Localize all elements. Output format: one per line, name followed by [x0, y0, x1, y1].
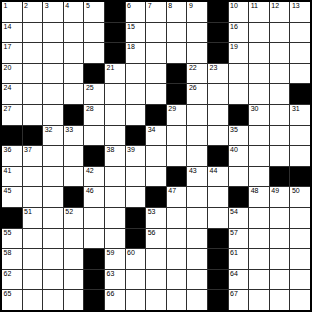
cell-r7c10[interactable]: [187, 126, 207, 146]
cell-r2c10[interactable]: [187, 23, 207, 43]
clue-number-36: 36: [4, 146, 12, 154]
cell-r4c1[interactable]: 20: [2, 64, 22, 84]
cell-r7c15[interactable]: [290, 126, 310, 146]
clue-number-59: 59: [107, 249, 115, 257]
cell-r12c10[interactable]: [187, 229, 207, 249]
block-cell-r12c11: [208, 229, 228, 249]
clue-number-47: 47: [168, 187, 176, 195]
cell-r1c13[interactable]: 11: [249, 2, 269, 22]
clue-number-26: 26: [189, 84, 197, 92]
cell-r4c10[interactable]: 22: [187, 64, 207, 84]
block-cell-r2c6: [105, 23, 125, 43]
cell-r10c10[interactable]: [187, 187, 207, 207]
cell-r9c1[interactable]: 41: [2, 167, 22, 187]
cell-r5c14[interactable]: [270, 84, 290, 104]
cell-r5c11[interactable]: [208, 84, 228, 104]
block-cell-r10c12: [229, 187, 249, 207]
cell-r6c1[interactable]: 27: [2, 105, 22, 125]
cell-r5c10[interactable]: 26: [187, 84, 207, 104]
crossword-board: 1234567891011121314151617181920212223242…: [0, 0, 312, 312]
block-cell-r5c9: [167, 84, 187, 104]
cell-r14c9[interactable]: [167, 270, 187, 290]
block-cell-r9c14: [270, 167, 290, 187]
cell-r7c5[interactable]: [84, 126, 104, 146]
cell-r14c2[interactable]: [23, 270, 43, 290]
cell-r4c4[interactable]: [64, 64, 84, 84]
block-cell-r10c8: [146, 187, 166, 207]
cell-r6c14[interactable]: [270, 105, 290, 125]
cell-r4c11[interactable]: 23: [208, 64, 228, 84]
cell-r8c13[interactable]: [249, 146, 269, 166]
block-cell-r14c5: [84, 270, 104, 290]
cell-r6c6[interactable]: [105, 105, 125, 125]
cell-r10c1[interactable]: 45: [2, 187, 22, 207]
crossword-puzzle: 1234567891011121314151617181920212223242…: [0, 0, 312, 312]
cell-r12c13[interactable]: [249, 229, 269, 249]
clue-number-7: 7: [148, 2, 152, 10]
clue-number-2: 2: [24, 2, 28, 10]
cell-r6c2[interactable]: [23, 105, 43, 125]
clue-number-51: 51: [24, 208, 32, 216]
cell-r13c15[interactable]: [290, 249, 310, 269]
block-cell-r15c5: [84, 290, 104, 310]
clue-number-22: 22: [189, 64, 197, 72]
cell-r8c1[interactable]: 36: [2, 146, 22, 166]
cell-r2c7[interactable]: 15: [126, 23, 146, 43]
cell-r8c2[interactable]: 37: [23, 146, 43, 166]
block-cell-r15c11: [208, 290, 228, 310]
clue-number-16: 16: [230, 23, 238, 31]
cell-r3c13[interactable]: [249, 43, 269, 63]
cell-r2c2[interactable]: [23, 23, 43, 43]
cell-r8c10[interactable]: [187, 146, 207, 166]
cell-r9c3[interactable]: [43, 167, 63, 187]
cell-r6c3[interactable]: [43, 105, 63, 125]
cell-r12c5[interactable]: [84, 229, 104, 249]
cell-r1c15[interactable]: 13: [290, 2, 310, 22]
clue-number-40: 40: [230, 146, 238, 154]
cell-r8c12[interactable]: 40: [229, 146, 249, 166]
block-cell-r6c8: [146, 105, 166, 125]
cell-r7c3[interactable]: 32: [43, 126, 63, 146]
cell-r9c5[interactable]: 42: [84, 167, 104, 187]
cell-r8c14[interactable]: [270, 146, 290, 166]
clue-number-39: 39: [127, 146, 135, 154]
block-cell-r5c15: [290, 84, 310, 104]
cell-r5c5[interactable]: 25: [84, 84, 104, 104]
cell-r8c15[interactable]: [290, 146, 310, 166]
block-cell-r1c11: [208, 2, 228, 22]
cell-r14c10[interactable]: [187, 270, 207, 290]
cell-r4c8[interactable]: [146, 64, 166, 84]
clue-number-56: 56: [148, 229, 156, 237]
cell-r11c5[interactable]: [84, 208, 104, 228]
cell-r12c8[interactable]: 56: [146, 229, 166, 249]
cell-r6c11[interactable]: [208, 105, 228, 125]
clue-number-25: 25: [86, 84, 94, 92]
block-cell-r8c5: [84, 146, 104, 166]
cell-r3c10[interactable]: [187, 43, 207, 63]
cell-r3c3[interactable]: [43, 43, 63, 63]
cell-r14c3[interactable]: [43, 270, 63, 290]
cell-r11c2[interactable]: 51: [23, 208, 43, 228]
cell-r13c9[interactable]: [167, 249, 187, 269]
clue-number-30: 30: [251, 105, 259, 113]
cell-r2c4[interactable]: [64, 23, 84, 43]
cell-r12c12[interactable]: 57: [229, 229, 249, 249]
block-cell-r1c6: [105, 2, 125, 22]
clue-number-67: 67: [230, 290, 238, 298]
cell-r11c12[interactable]: 54: [229, 208, 249, 228]
clue-number-4: 4: [65, 2, 69, 10]
cell-r5c12[interactable]: [229, 84, 249, 104]
cell-r1c12[interactable]: 10: [229, 2, 249, 22]
clue-number-58: 58: [4, 249, 12, 257]
cell-r3c4[interactable]: [64, 43, 84, 63]
cell-r14c14[interactable]: [270, 270, 290, 290]
cell-r6c10[interactable]: [187, 105, 207, 125]
block-cell-r11c1: [2, 208, 22, 228]
cell-r3c2[interactable]: [23, 43, 43, 63]
cell-r2c5[interactable]: [84, 23, 104, 43]
block-cell-r7c1: [2, 126, 22, 146]
cell-r11c8[interactable]: 53: [146, 208, 166, 228]
cell-r8c6[interactable]: 38: [105, 146, 125, 166]
cell-r5c13[interactable]: [249, 84, 269, 104]
cell-r11c3[interactable]: [43, 208, 63, 228]
clue-number-10: 10: [230, 2, 238, 10]
clue-number-8: 8: [168, 2, 172, 10]
cell-r15c8[interactable]: [146, 290, 166, 310]
clue-number-57: 57: [230, 229, 238, 237]
cell-r9c10[interactable]: 43: [187, 167, 207, 187]
cell-r4c3[interactable]: [43, 64, 63, 84]
cell-r1c8[interactable]: 7: [146, 2, 166, 22]
cell-r12c9[interactable]: [167, 229, 187, 249]
cell-r5c6[interactable]: [105, 84, 125, 104]
cell-r15c3[interactable]: [43, 290, 63, 310]
cell-r11c11[interactable]: [208, 208, 228, 228]
block-cell-r14c11: [208, 270, 228, 290]
cell-r13c14[interactable]: [270, 249, 290, 269]
cell-r6c7[interactable]: [126, 105, 146, 125]
clue-number-63: 63: [107, 270, 115, 278]
block-cell-r2c11: [208, 23, 228, 43]
cell-r7c13[interactable]: [249, 126, 269, 146]
cell-r5c7[interactable]: [126, 84, 146, 104]
cell-r14c15[interactable]: [290, 270, 310, 290]
clue-number-6: 6: [127, 2, 131, 10]
block-cell-r3c6: [105, 43, 125, 63]
cell-r12c3[interactable]: [43, 229, 63, 249]
block-cell-r12c7: [126, 229, 146, 249]
cell-r7c4[interactable]: 33: [64, 126, 84, 146]
clue-number-3: 3: [45, 2, 49, 10]
cell-r5c4[interactable]: [64, 84, 84, 104]
cell-r5c2[interactable]: [23, 84, 43, 104]
clue-number-41: 41: [4, 167, 12, 175]
block-cell-r9c15: [290, 167, 310, 187]
cell-r9c8[interactable]: [146, 167, 166, 187]
cell-r10c9[interactable]: 47: [167, 187, 187, 207]
clue-number-46: 46: [86, 187, 94, 195]
cell-r7c12[interactable]: 35: [229, 126, 249, 146]
cell-r10c7[interactable]: [126, 187, 146, 207]
cell-r2c9[interactable]: [167, 23, 187, 43]
cell-r14c8[interactable]: [146, 270, 166, 290]
cell-r1c7[interactable]: 6: [126, 2, 146, 22]
cell-r8c3[interactable]: [43, 146, 63, 166]
clue-number-13: 13: [292, 2, 300, 10]
cell-r4c14[interactable]: [270, 64, 290, 84]
cell-r10c6[interactable]: [105, 187, 125, 207]
cell-r8c9[interactable]: [167, 146, 187, 166]
cell-r10c5[interactable]: 46: [84, 187, 104, 207]
block-cell-r3c11: [208, 43, 228, 63]
clue-number-38: 38: [107, 146, 115, 154]
cell-r15c6[interactable]: 66: [105, 290, 125, 310]
cell-r8c7[interactable]: 39: [126, 146, 146, 166]
clue-number-37: 37: [24, 146, 32, 154]
clue-number-15: 15: [127, 23, 135, 31]
clue-number-11: 11: [251, 2, 258, 10]
cell-r1c3[interactable]: 3: [43, 2, 63, 22]
cell-r3c9[interactable]: [167, 43, 187, 63]
clue-number-44: 44: [210, 167, 218, 175]
block-cell-r9c9: [167, 167, 187, 187]
cell-r10c13[interactable]: 48: [249, 187, 269, 207]
cell-r12c14[interactable]: [270, 229, 290, 249]
cell-r5c1[interactable]: 24: [2, 84, 22, 104]
clue-number-9: 9: [189, 2, 193, 10]
cell-r12c4[interactable]: [64, 229, 84, 249]
cell-r14c4[interactable]: [64, 270, 84, 290]
cell-r6c5[interactable]: 28: [84, 105, 104, 125]
cell-r10c2[interactable]: [23, 187, 43, 207]
clue-number-62: 62: [4, 270, 12, 278]
cell-r15c13[interactable]: [249, 290, 269, 310]
cell-r4c13[interactable]: [249, 64, 269, 84]
cell-r8c8[interactable]: [146, 146, 166, 166]
clue-number-53: 53: [148, 208, 156, 216]
cell-r10c15[interactable]: 50: [290, 187, 310, 207]
clue-number-28: 28: [86, 105, 94, 113]
cell-r9c6[interactable]: [105, 167, 125, 187]
cell-r7c9[interactable]: [167, 126, 187, 146]
cell-r1c9[interactable]: 8: [167, 2, 187, 22]
clue-number-12: 12: [271, 2, 279, 10]
cell-r13c10[interactable]: [187, 249, 207, 269]
cell-r6c15[interactable]: 31: [290, 105, 310, 125]
cell-r10c11[interactable]: [208, 187, 228, 207]
cell-r15c12[interactable]: 67: [229, 290, 249, 310]
clue-number-32: 32: [45, 126, 53, 134]
cell-r3c12[interactable]: 19: [229, 43, 249, 63]
cell-r15c9[interactable]: [167, 290, 187, 310]
cell-r1c1[interactable]: 1: [2, 2, 22, 22]
clue-number-64: 64: [230, 270, 238, 278]
cell-r12c1[interactable]: 55: [2, 229, 22, 249]
cell-r2c8[interactable]: [146, 23, 166, 43]
clue-number-43: 43: [189, 167, 197, 175]
cell-r2c14[interactable]: [270, 23, 290, 43]
cell-r4c7[interactable]: [126, 64, 146, 84]
cell-r15c14[interactable]: [270, 290, 290, 310]
clue-number-17: 17: [4, 43, 12, 51]
clue-number-66: 66: [107, 290, 115, 298]
block-cell-r7c2: [23, 126, 43, 146]
clue-number-35: 35: [230, 126, 238, 134]
cell-r12c6[interactable]: [105, 229, 125, 249]
cell-r14c6[interactable]: 63: [105, 270, 125, 290]
cell-r14c13[interactable]: [249, 270, 269, 290]
clue-number-60: 60: [127, 249, 135, 257]
clue-number-55: 55: [4, 229, 12, 237]
cell-r11c4[interactable]: 52: [64, 208, 84, 228]
clue-number-65: 65: [4, 290, 12, 298]
clue-number-31: 31: [292, 105, 300, 113]
clue-number-23: 23: [210, 64, 218, 72]
clue-number-27: 27: [4, 105, 12, 113]
clue-number-29: 29: [168, 105, 176, 113]
clue-number-1: 1: [4, 2, 8, 10]
cell-r7c14[interactable]: [270, 126, 290, 146]
cell-r3c7[interactable]: 18: [126, 43, 146, 63]
cell-r15c1[interactable]: 65: [2, 290, 22, 310]
clue-number-52: 52: [65, 208, 73, 216]
cell-r1c10[interactable]: 9: [187, 2, 207, 22]
block-cell-r7c7: [126, 126, 146, 146]
cell-r11c6[interactable]: [105, 208, 125, 228]
cell-r7c8[interactable]: 34: [146, 126, 166, 146]
block-cell-r6c4: [64, 105, 84, 125]
block-cell-r13c11: [208, 249, 228, 269]
cell-r11c13[interactable]: [249, 208, 269, 228]
cell-r2c3[interactable]: [43, 23, 63, 43]
cell-r14c1[interactable]: 62: [2, 270, 22, 290]
cell-r10c3[interactable]: [43, 187, 63, 207]
cell-r4c15[interactable]: [290, 64, 310, 84]
cell-r15c2[interactable]: [23, 290, 43, 310]
cell-r9c4[interactable]: [64, 167, 84, 187]
cell-r1c5[interactable]: 5: [84, 2, 104, 22]
clue-number-50: 50: [292, 187, 300, 195]
cell-r4c2[interactable]: [23, 64, 43, 84]
cell-r4c6[interactable]: 21: [105, 64, 125, 84]
clue-number-33: 33: [65, 126, 73, 134]
cell-r13c3[interactable]: [43, 249, 63, 269]
cell-r2c15[interactable]: [290, 23, 310, 43]
cell-r14c7[interactable]: [126, 270, 146, 290]
cell-r11c15[interactable]: [290, 208, 310, 228]
cell-r5c8[interactable]: [146, 84, 166, 104]
clue-number-14: 14: [4, 23, 12, 31]
cell-r13c8[interactable]: [146, 249, 166, 269]
cell-r8c4[interactable]: [64, 146, 84, 166]
block-cell-r8c11: [208, 146, 228, 166]
clue-number-24: 24: [4, 84, 12, 92]
clue-number-20: 20: [4, 64, 12, 72]
cell-r14c12[interactable]: 64: [229, 270, 249, 290]
cell-r7c6[interactable]: [105, 126, 125, 146]
clue-number-48: 48: [251, 187, 259, 195]
cell-r15c4[interactable]: [64, 290, 84, 310]
cell-r13c7[interactable]: 60: [126, 249, 146, 269]
cell-r13c4[interactable]: [64, 249, 84, 269]
cell-r4c12[interactable]: [229, 64, 249, 84]
clue-number-49: 49: [271, 187, 279, 195]
clue-number-61: 61: [230, 249, 238, 257]
cell-r1c2[interactable]: 2: [23, 2, 43, 22]
cell-r15c10[interactable]: [187, 290, 207, 310]
block-cell-r6c12: [229, 105, 249, 125]
cell-r2c13[interactable]: [249, 23, 269, 43]
cell-r12c15[interactable]: [290, 229, 310, 249]
cell-r3c5[interactable]: [84, 43, 104, 63]
block-cell-r10c4: [64, 187, 84, 207]
block-cell-r4c5: [84, 64, 104, 84]
cell-r9c12[interactable]: [229, 167, 249, 187]
cell-r5c3[interactable]: [43, 84, 63, 104]
cell-r6c13[interactable]: 30: [249, 105, 269, 125]
cell-r13c6[interactable]: 59: [105, 249, 125, 269]
clue-number-34: 34: [148, 126, 156, 134]
clue-number-18: 18: [127, 43, 135, 51]
cell-r13c2[interactable]: [23, 249, 43, 269]
cell-r7c11[interactable]: [208, 126, 228, 146]
cell-r13c1[interactable]: 58: [2, 249, 22, 269]
clue-number-45: 45: [4, 187, 12, 195]
cell-r13c13[interactable]: [249, 249, 269, 269]
cell-r9c13[interactable]: [249, 167, 269, 187]
cell-r6c9[interactable]: 29: [167, 105, 187, 125]
clue-number-19: 19: [230, 43, 238, 51]
cell-r11c10[interactable]: [187, 208, 207, 228]
cell-r9c11[interactable]: 44: [208, 167, 228, 187]
clue-number-42: 42: [86, 167, 94, 175]
cell-r1c4[interactable]: 4: [64, 2, 84, 22]
cell-r2c12[interactable]: 16: [229, 23, 249, 43]
clue-number-54: 54: [230, 208, 238, 216]
cell-r9c7[interactable]: [126, 167, 146, 187]
cell-r11c9[interactable]: [167, 208, 187, 228]
block-cell-r11c7: [126, 208, 146, 228]
cell-r3c15[interactable]: [290, 43, 310, 63]
cell-r12c2[interactable]: [23, 229, 43, 249]
cell-r2c1[interactable]: 14: [2, 23, 22, 43]
clue-number-5: 5: [86, 2, 90, 10]
cell-r3c8[interactable]: [146, 43, 166, 63]
cell-r11c14[interactable]: [270, 208, 290, 228]
cell-r13c12[interactable]: 61: [229, 249, 249, 269]
cell-r1c14[interactable]: 12: [270, 2, 290, 22]
cell-r15c15[interactable]: [290, 290, 310, 310]
cell-r10c14[interactable]: 49: [270, 187, 290, 207]
cell-r3c1[interactable]: 17: [2, 43, 22, 63]
cell-r9c2[interactable]: [23, 167, 43, 187]
clue-number-21: 21: [107, 64, 115, 72]
cell-r15c7[interactable]: [126, 290, 146, 310]
cell-r3c14[interactable]: [270, 43, 290, 63]
block-cell-r4c9: [167, 64, 187, 84]
block-cell-r13c5: [84, 249, 104, 269]
